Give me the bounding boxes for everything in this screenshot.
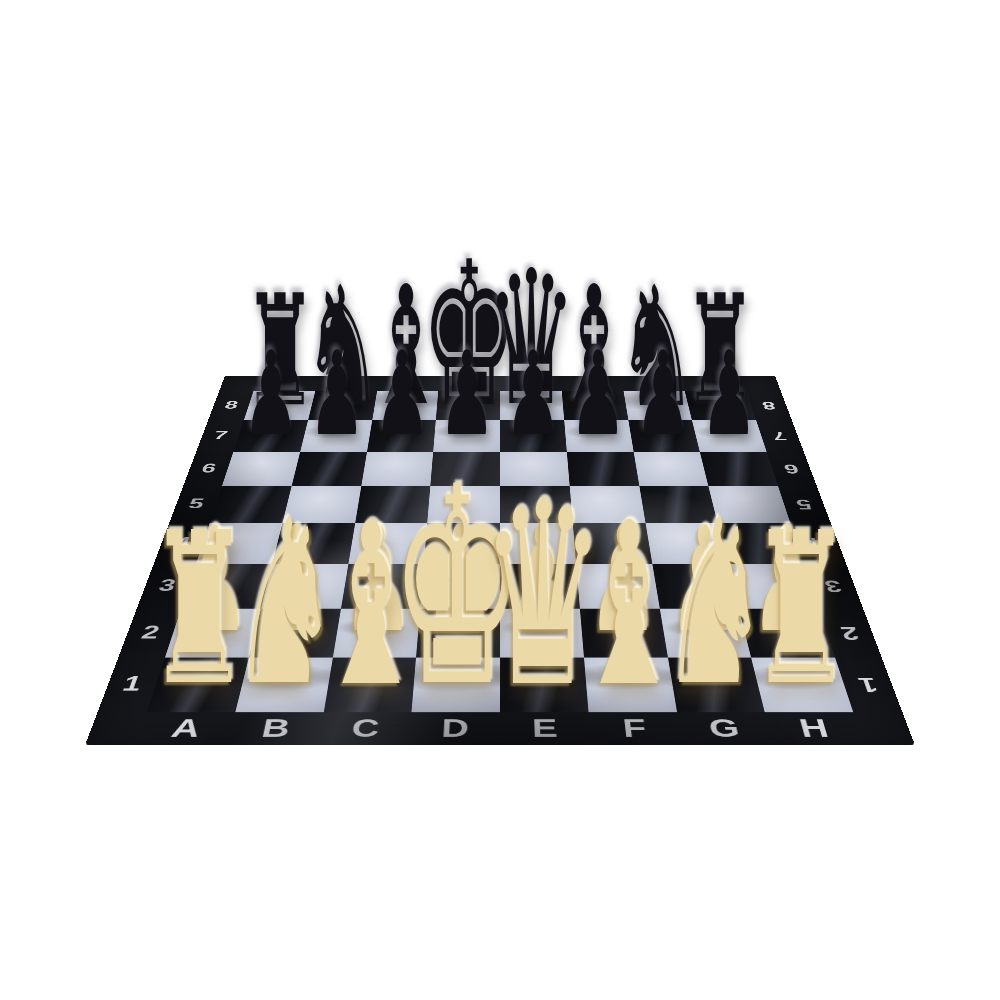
piece-black-pawn-f7[interactable]: ♟	[570, 336, 627, 452]
piece-black-pawn-g7[interactable]: ♟	[635, 336, 692, 452]
piece-black-pawn-b7[interactable]: ♟	[308, 336, 365, 452]
piece-white-rook-h1[interactable]: ♜	[749, 505, 852, 715]
piece-black-pawn-h7[interactable]: ♟	[700, 336, 757, 452]
pieces-layer: ♜♞♝♚♛♝♞♜♟♟♟♟♟♟♟♟♜♞♝♚♛♝♞♜♟♟♟♟♟♟♟♟	[0, 0, 1000, 1000]
product-photo: ABCDEFGH 12345678 12345678 ♜♞♝♚♛♝♞♜♟♟♟♟♟…	[0, 0, 1000, 1000]
piece-black-pawn-a7[interactable]: ♟	[243, 336, 300, 452]
